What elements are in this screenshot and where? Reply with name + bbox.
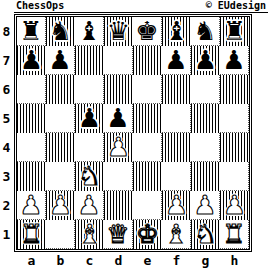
black-pawn[interactable]: ♟ [164, 46, 187, 75]
white-rook[interactable]: ♜ [222, 220, 245, 249]
rank-label-6: 6 [0, 75, 13, 104]
square-a7[interactable]: ♟ [17, 46, 46, 75]
file-label-b: b [46, 254, 75, 268]
square-d1[interactable]: ♛ [104, 220, 133, 249]
black-pawn[interactable]: ♟ [78, 104, 101, 133]
square-e5[interactable] [133, 104, 162, 133]
rank-label-3: 3 [0, 162, 13, 191]
square-h7[interactable]: ♟ [220, 46, 249, 75]
white-bishop[interactable]: ♝ [164, 220, 187, 249]
black-knight[interactable]: ♞ [193, 17, 216, 46]
black-pawn[interactable]: ♟ [106, 104, 129, 133]
file-label-d: d [104, 254, 133, 268]
black-bishop[interactable]: ♝ [77, 17, 100, 46]
white-bishop[interactable]: ♝ [78, 220, 101, 249]
square-a3[interactable] [17, 162, 46, 191]
black-pawn[interactable]: ♟ [194, 46, 217, 75]
square-h1[interactable]: ♜ [220, 220, 249, 249]
square-e7[interactable] [133, 46, 162, 75]
square-d2[interactable] [104, 191, 133, 220]
square-c1[interactable]: ♝ [75, 220, 104, 249]
white-rook[interactable]: ♜ [20, 220, 43, 249]
square-a2[interactable]: ♟ [17, 191, 46, 220]
white-pawn[interactable]: ♟ [107, 133, 130, 162]
white-pawn[interactable]: ♟ [19, 191, 42, 220]
square-g2[interactable]: ♟ [191, 191, 220, 220]
copyright: © EUdesign [206, 0, 266, 12]
rank-label-5: 5 [0, 104, 13, 133]
square-a6[interactable] [17, 75, 46, 104]
square-b7[interactable]: ♟ [46, 46, 75, 75]
square-b3[interactable] [46, 162, 75, 191]
square-c5[interactable]: ♟ [75, 104, 104, 133]
square-d6[interactable] [104, 75, 133, 104]
chess-board-border: ♜♞♝♛♚♝♞♜♟♟♟♟♟♟♟♟♞♟♟♟♟♟♟♜♝♛♚♝♞♜ [16, 16, 250, 250]
white-knight[interactable]: ♞ [194, 220, 217, 249]
white-queen[interactable]: ♛ [106, 220, 129, 249]
square-f8[interactable]: ♝ [162, 17, 191, 46]
black-knight[interactable]: ♞ [49, 17, 72, 46]
square-e8[interactable]: ♚ [133, 17, 162, 46]
square-e6[interactable] [133, 75, 162, 104]
white-knight[interactable]: ♞ [78, 162, 101, 191]
white-pawn[interactable]: ♟ [223, 191, 246, 220]
square-e2[interactable] [133, 191, 162, 220]
rank-label-2: 2 [0, 191, 13, 220]
chessops-window: ChessOps © EUdesign 87654321 ♜♞♝♛♚♝♞♜♟♟♟… [0, 0, 270, 270]
square-h4[interactable] [220, 133, 249, 162]
black-pawn[interactable]: ♟ [48, 46, 71, 75]
file-label-c: c [75, 254, 104, 268]
square-c2[interactable]: ♟ [75, 191, 104, 220]
square-e3[interactable] [133, 162, 162, 191]
square-b4[interactable] [46, 133, 75, 162]
square-c7[interactable] [75, 46, 104, 75]
square-f6[interactable] [162, 75, 191, 104]
file-label-g: g [191, 254, 220, 268]
chess-board: ♜♞♝♛♚♝♞♜♟♟♟♟♟♟♟♟♞♟♟♟♟♟♟♜♝♛♚♝♞♜ [17, 17, 249, 249]
chess-board-frame: ♜♞♝♛♚♝♞♜♟♟♟♟♟♟♟♟♞♟♟♟♟♟♟♜♝♛♚♝♞♜ [14, 14, 252, 252]
square-c4[interactable] [75, 133, 104, 162]
black-bishop[interactable]: ♝ [165, 17, 188, 46]
square-b1[interactable] [46, 220, 75, 249]
square-d4[interactable]: ♟ [104, 133, 133, 162]
white-pawn[interactable]: ♟ [165, 191, 188, 220]
square-c8[interactable]: ♝ [75, 17, 104, 46]
rank-label-8: 8 [0, 17, 13, 46]
square-g6[interactable] [191, 75, 220, 104]
square-g1[interactable]: ♞ [191, 220, 220, 249]
square-d3[interactable] [104, 162, 133, 191]
white-king[interactable]: ♚ [136, 220, 159, 249]
square-f7[interactable]: ♟ [162, 46, 191, 75]
square-h6[interactable] [220, 75, 249, 104]
square-g5[interactable] [191, 104, 220, 133]
rank-label-1: 1 [0, 220, 13, 249]
white-pawn[interactable]: ♟ [193, 191, 216, 220]
square-c6[interactable] [75, 75, 104, 104]
square-h5[interactable] [220, 104, 249, 133]
square-a5[interactable] [17, 104, 46, 133]
file-label-f: f [162, 254, 191, 268]
square-g7[interactable]: ♟ [191, 46, 220, 75]
square-g3[interactable] [191, 162, 220, 191]
square-a4[interactable] [17, 133, 46, 162]
square-f4[interactable] [162, 133, 191, 162]
square-f5[interactable] [162, 104, 191, 133]
black-queen[interactable]: ♛ [107, 17, 130, 46]
square-h3[interactable] [220, 162, 249, 191]
white-pawn[interactable]: ♟ [49, 191, 72, 220]
rank-label-4: 4 [0, 133, 13, 162]
black-rook[interactable]: ♜ [223, 17, 246, 46]
header: ChessOps © EUdesign [14, 0, 268, 13]
white-pawn[interactable]: ♟ [77, 191, 100, 220]
square-a8[interactable]: ♜ [17, 17, 46, 46]
square-b8[interactable]: ♞ [46, 17, 75, 46]
square-g8[interactable]: ♞ [191, 17, 220, 46]
square-d7[interactable] [104, 46, 133, 75]
black-rook[interactable]: ♜ [19, 17, 42, 46]
app-title: ChessOps [16, 0, 64, 12]
square-f2[interactable]: ♟ [162, 191, 191, 220]
square-e4[interactable] [133, 133, 162, 162]
rank-label-7: 7 [0, 46, 13, 75]
square-b6[interactable] [46, 75, 75, 104]
square-g4[interactable] [191, 133, 220, 162]
square-d8[interactable]: ♛ [104, 17, 133, 46]
black-pawn[interactable]: ♟ [222, 46, 245, 75]
square-d5[interactable]: ♟ [104, 104, 133, 133]
square-b2[interactable]: ♟ [46, 191, 75, 220]
black-king[interactable]: ♚ [135, 17, 158, 46]
file-label-e: e [133, 254, 162, 268]
square-f1[interactable]: ♝ [162, 220, 191, 249]
file-label-h: h [220, 254, 249, 268]
square-a1[interactable]: ♜ [17, 220, 46, 249]
file-label-a: a [17, 254, 46, 268]
square-h2[interactable]: ♟ [220, 191, 249, 220]
square-f3[interactable] [162, 162, 191, 191]
square-h8[interactable]: ♜ [220, 17, 249, 46]
black-pawn[interactable]: ♟ [20, 46, 43, 75]
square-e1[interactable]: ♚ [133, 220, 162, 249]
square-c3[interactable]: ♞ [75, 162, 104, 191]
square-b5[interactable] [46, 104, 75, 133]
